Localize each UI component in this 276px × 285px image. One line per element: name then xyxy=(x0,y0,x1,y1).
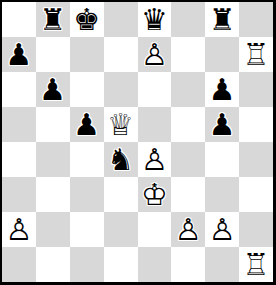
square-h4[interactable] xyxy=(239,142,273,177)
square-a5[interactable] xyxy=(2,107,36,142)
square-a2[interactable]: ♟♙ xyxy=(2,212,36,247)
piece-outline-glyph: ♙ xyxy=(141,145,168,175)
black-pawn: ♟ xyxy=(5,40,32,70)
square-e1[interactable] xyxy=(138,247,172,282)
white-pawn: ♟♙ xyxy=(5,215,32,245)
square-g1[interactable] xyxy=(205,247,239,282)
white-pawn: ♟♙ xyxy=(175,215,202,245)
square-a8[interactable] xyxy=(2,2,36,37)
black-knight: ♞ xyxy=(107,145,134,175)
square-f4[interactable] xyxy=(171,142,205,177)
square-a7[interactable]: ♟ xyxy=(2,37,36,72)
white-queen: ♛♕ xyxy=(107,110,134,140)
white-pawn: ♟♙ xyxy=(141,145,168,175)
piece-outline-glyph: ♔ xyxy=(141,180,168,210)
square-d6[interactable] xyxy=(104,72,138,107)
square-h6[interactable] xyxy=(239,72,273,107)
square-c1[interactable] xyxy=(70,247,104,282)
square-a4[interactable] xyxy=(2,142,36,177)
square-c2[interactable] xyxy=(70,212,104,247)
black-queen: ♛ xyxy=(141,5,168,35)
chess-board: ♜♚♛♜♟♟♙♜♖♟♟♟♛♕♟♞♟♙♚♔♟♙♟♙♟♙♜♖ xyxy=(0,0,276,285)
square-g6[interactable]: ♟ xyxy=(205,72,239,107)
black-king: ♚ xyxy=(73,5,100,35)
piece-outline-glyph: ♖ xyxy=(243,40,270,70)
square-d7[interactable] xyxy=(104,37,138,72)
square-g5[interactable]: ♟ xyxy=(205,107,239,142)
square-e2[interactable] xyxy=(138,212,172,247)
piece-outline-glyph: ♙ xyxy=(5,215,32,245)
white-king: ♚♔ xyxy=(141,180,168,210)
square-d5[interactable]: ♛♕ xyxy=(104,107,138,142)
black-pawn: ♟ xyxy=(39,75,66,105)
square-f7[interactable] xyxy=(171,37,205,72)
white-rook: ♜♖ xyxy=(243,250,270,280)
square-g2[interactable]: ♟♙ xyxy=(205,212,239,247)
piece-outline-glyph: ♖ xyxy=(243,250,270,280)
square-d4[interactable]: ♞ xyxy=(104,142,138,177)
square-d8[interactable] xyxy=(104,2,138,37)
square-b2[interactable] xyxy=(36,212,70,247)
square-h1[interactable]: ♜♖ xyxy=(239,247,273,282)
square-d1[interactable] xyxy=(104,247,138,282)
white-pawn: ♟♙ xyxy=(209,215,236,245)
square-g8[interactable]: ♜ xyxy=(205,2,239,37)
white-rook: ♜♖ xyxy=(243,40,270,70)
square-c8[interactable]: ♚ xyxy=(70,2,104,37)
square-c5[interactable]: ♟ xyxy=(70,107,104,142)
square-h8[interactable] xyxy=(239,2,273,37)
square-b7[interactable] xyxy=(36,37,70,72)
square-c7[interactable] xyxy=(70,37,104,72)
square-e3[interactable]: ♚♔ xyxy=(138,177,172,212)
square-e4[interactable]: ♟♙ xyxy=(138,142,172,177)
square-c4[interactable] xyxy=(70,142,104,177)
square-e8[interactable]: ♛ xyxy=(138,2,172,37)
square-f6[interactable] xyxy=(171,72,205,107)
square-h7[interactable]: ♜♖ xyxy=(239,37,273,72)
square-f5[interactable] xyxy=(171,107,205,142)
piece-outline-glyph: ♕ xyxy=(107,110,134,140)
square-e7[interactable]: ♟♙ xyxy=(138,37,172,72)
square-h3[interactable] xyxy=(239,177,273,212)
square-b1[interactable] xyxy=(36,247,70,282)
square-a3[interactable] xyxy=(2,177,36,212)
square-f1[interactable] xyxy=(171,247,205,282)
square-a6[interactable] xyxy=(2,72,36,107)
square-b8[interactable]: ♜ xyxy=(36,2,70,37)
square-b4[interactable] xyxy=(36,142,70,177)
square-c6[interactable] xyxy=(70,72,104,107)
square-d3[interactable] xyxy=(104,177,138,212)
square-g3[interactable] xyxy=(205,177,239,212)
black-rook: ♜ xyxy=(39,5,66,35)
black-pawn: ♟ xyxy=(209,110,236,140)
black-pawn: ♟ xyxy=(73,110,100,140)
square-f8[interactable] xyxy=(171,2,205,37)
square-f2[interactable]: ♟♙ xyxy=(171,212,205,247)
piece-outline-glyph: ♙ xyxy=(209,215,236,245)
square-h2[interactable] xyxy=(239,212,273,247)
square-e6[interactable] xyxy=(138,72,172,107)
square-b5[interactable] xyxy=(36,107,70,142)
square-b6[interactable]: ♟ xyxy=(36,72,70,107)
piece-outline-glyph: ♙ xyxy=(141,40,168,70)
square-e5[interactable] xyxy=(138,107,172,142)
square-a1[interactable] xyxy=(2,247,36,282)
square-c3[interactable] xyxy=(70,177,104,212)
black-rook: ♜ xyxy=(209,5,236,35)
black-pawn: ♟ xyxy=(209,75,236,105)
square-g4[interactable] xyxy=(205,142,239,177)
square-h5[interactable] xyxy=(239,107,273,142)
white-pawn: ♟♙ xyxy=(141,40,168,70)
square-g7[interactable] xyxy=(205,37,239,72)
square-b3[interactable] xyxy=(36,177,70,212)
piece-outline-glyph: ♙ xyxy=(175,215,202,245)
square-d2[interactable] xyxy=(104,212,138,247)
square-f3[interactable] xyxy=(171,177,205,212)
